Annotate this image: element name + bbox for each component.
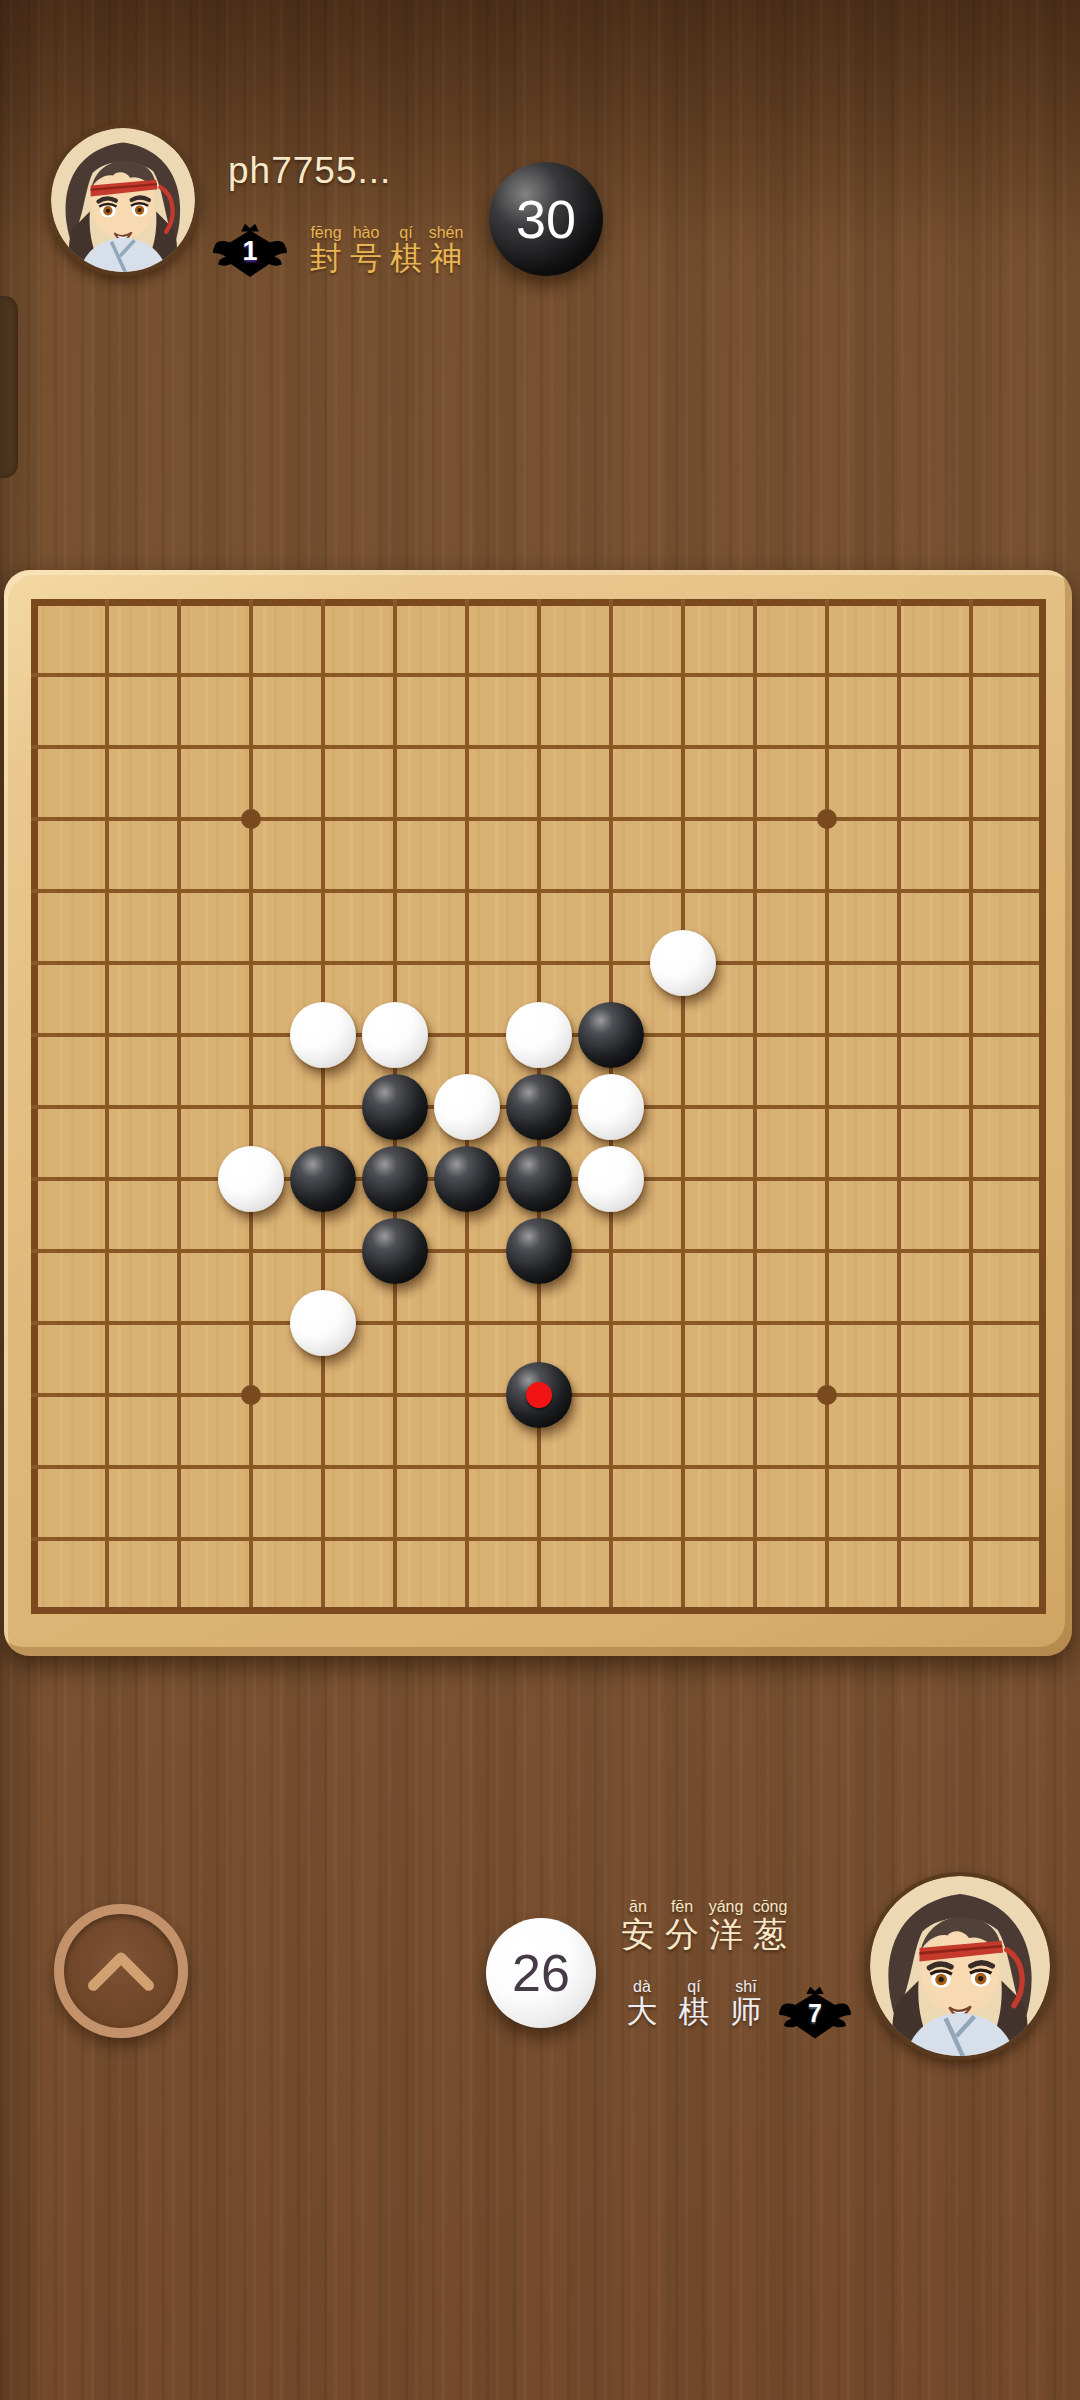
pinyin-char: shī师: [720, 1978, 772, 2030]
chevron-up-icon: [83, 1944, 159, 1998]
grid-line-horizontal: [31, 1465, 1046, 1469]
pinyin-char: hào号: [346, 224, 386, 277]
grid-line-horizontal: [31, 1537, 1046, 1541]
white-stone-c8r7: [506, 1002, 572, 1068]
white-stone-c9r9: [578, 1146, 644, 1212]
star-point: [817, 1385, 837, 1405]
pinyin-char: cōng葱: [748, 1898, 792, 1953]
game-screen: ph7755... 1 fēng封hào号qí棋shén神 30 26 ān安f…: [0, 0, 1080, 2400]
black-stone-c9r7: [578, 1002, 644, 1068]
pinyin-char: fēng封: [306, 224, 346, 277]
black-stone-c8r8: [506, 1074, 572, 1140]
black-stone-c7r9: [434, 1146, 500, 1212]
white-stone-c9r8: [578, 1074, 644, 1140]
black-stone-c6r8: [362, 1074, 428, 1140]
black-stone-c8r9: [506, 1146, 572, 1212]
grid-line-vertical: [753, 599, 757, 1614]
collapse-panel-button[interactable]: [54, 1904, 188, 2038]
pinyin-char: qí棋: [386, 224, 426, 277]
top-player-avatar[interactable]: [47, 124, 199, 276]
bottom-player-level-badge: 7: [778, 1984, 852, 2046]
grid-line-vertical: [681, 599, 685, 1614]
grid-line-vertical: [969, 599, 973, 1614]
grid-line-horizontal: [31, 1607, 1046, 1614]
white-stone-c5r11: [290, 1290, 356, 1356]
last-move-marker: [526, 1382, 552, 1408]
pinyin-char: yáng洋: [704, 1898, 748, 1953]
white-stone-c10r6: [650, 930, 716, 996]
star-point: [241, 1385, 261, 1405]
white-timer-stone: 26: [486, 1918, 596, 2028]
grid-line-horizontal: [31, 1321, 1046, 1325]
white-timer-value: 26: [512, 1943, 570, 2003]
white-stone-c5r7: [290, 1002, 356, 1068]
bottom-player-level: 7: [778, 1988, 852, 2040]
white-stone-c7r8: [434, 1074, 500, 1140]
gomoku-board: [4, 570, 1072, 1656]
white-stone-c4r9: [218, 1146, 284, 1212]
pinyin-char: qí棋: [668, 1978, 720, 2030]
black-timer-value: 30: [516, 188, 576, 250]
bottom-player-name: ān安fēn分yáng洋cōng葱: [616, 1898, 792, 1953]
black-stone-c5r9: [290, 1146, 356, 1212]
bottom-player-title: dà大qí棋shī师: [616, 1978, 772, 2030]
black-stone-c6r10: [362, 1218, 428, 1284]
black-stone-c6r9: [362, 1146, 428, 1212]
grid-line-vertical: [897, 599, 901, 1614]
star-point: [817, 809, 837, 829]
board-grid[interactable]: [31, 599, 1046, 1614]
grid-line-vertical: [825, 599, 829, 1614]
top-player-level: 1: [212, 224, 288, 279]
top-player-title: fēng封hào号qí棋shén神: [306, 224, 466, 277]
pinyin-char: dà大: [616, 1978, 668, 2030]
pinyin-char: shén神: [426, 224, 466, 277]
black-stone-c8r10: [506, 1218, 572, 1284]
star-point: [241, 809, 261, 829]
bottom-player-avatar[interactable]: [866, 1872, 1054, 2060]
top-player-level-badge: 1: [212, 220, 288, 286]
white-stone-c6r7: [362, 1002, 428, 1068]
grid-line-vertical: [1039, 599, 1046, 1614]
top-player-name: ph7755...: [228, 150, 391, 192]
pinyin-char: ān安: [616, 1898, 660, 1953]
side-drawer-handle[interactable]: [0, 296, 18, 478]
pinyin-char: fēn分: [660, 1898, 704, 1953]
black-timer-stone: 30: [489, 162, 603, 276]
